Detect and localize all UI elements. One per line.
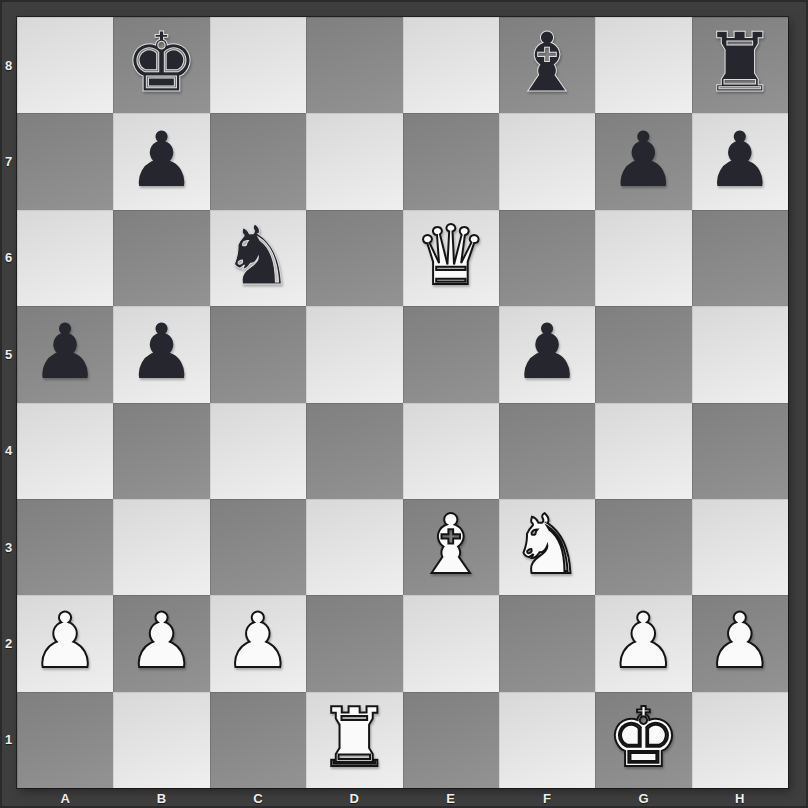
square-a4[interactable] [17,403,113,499]
file-label-b: B [113,788,209,808]
square-d6[interactable] [306,210,402,306]
square-e8[interactable] [403,17,499,113]
square-e3[interactable]: ♝ [403,499,499,595]
square-h2[interactable]: ♟ [692,595,788,691]
piece-white-rook[interactable]: ♜ [318,697,392,779]
piece-black-knight[interactable]: ♞ [221,215,295,297]
square-f8[interactable]: ♝ [499,17,595,113]
square-e5[interactable] [403,306,499,402]
square-f7[interactable] [499,113,595,209]
piece-black-rook[interactable]: ♜ [703,22,777,104]
square-b5[interactable]: ♟ [113,306,209,402]
square-h5[interactable] [692,306,788,402]
square-b8[interactable]: ♚ [113,17,209,113]
file-label-h: H [692,788,788,808]
square-c1[interactable] [210,692,306,788]
square-e4[interactable] [403,403,499,499]
square-h6[interactable] [692,210,788,306]
square-g3[interactable] [595,499,691,595]
square-d7[interactable] [306,113,402,209]
square-h8[interactable]: ♜ [692,17,788,113]
rank-label-5: 5 [0,306,17,402]
piece-black-pawn[interactable]: ♟ [31,314,99,390]
file-label-e: E [403,788,499,808]
square-g7[interactable]: ♟ [595,113,691,209]
piece-black-king[interactable]: ♚ [125,22,199,104]
square-h4[interactable] [692,403,788,499]
square-f5[interactable]: ♟ [499,306,595,402]
file-label-d: D [306,788,402,808]
square-d3[interactable] [306,499,402,595]
square-c7[interactable] [210,113,306,209]
square-a3[interactable] [17,499,113,595]
square-b3[interactable] [113,499,209,595]
square-b1[interactable] [113,692,209,788]
square-c5[interactable] [210,306,306,402]
square-b6[interactable] [113,210,209,306]
file-label-g: G [595,788,691,808]
square-g6[interactable] [595,210,691,306]
square-g1[interactable]: ♚ [595,692,691,788]
piece-white-pawn[interactable]: ♟ [31,603,99,679]
square-f4[interactable] [499,403,595,499]
rank-label-2: 2 [0,595,17,691]
square-c8[interactable] [210,17,306,113]
square-b2[interactable]: ♟ [113,595,209,691]
square-d8[interactable] [306,17,402,113]
piece-black-bishop[interactable]: ♝ [510,22,584,104]
piece-white-knight[interactable]: ♞ [510,504,584,586]
square-a6[interactable] [17,210,113,306]
chess-board: ♚♝♜♟♟♟♞♛♟♟♟♝♞♟♟♟♟♟♜♚ [17,17,788,788]
piece-white-queen[interactable]: ♛ [414,215,488,297]
square-a1[interactable] [17,692,113,788]
piece-white-king[interactable]: ♚ [607,697,681,779]
square-e1[interactable] [403,692,499,788]
square-g5[interactable] [595,306,691,402]
piece-black-pawn[interactable]: ♟ [513,314,581,390]
square-b7[interactable]: ♟ [113,113,209,209]
square-d5[interactable] [306,306,402,402]
square-h7[interactable]: ♟ [692,113,788,209]
rank-label-3: 3 [0,499,17,595]
piece-black-pawn[interactable]: ♟ [127,122,195,198]
piece-white-pawn[interactable]: ♟ [224,603,292,679]
piece-white-pawn[interactable]: ♟ [609,603,677,679]
square-e2[interactable] [403,595,499,691]
rank-label-4: 4 [0,403,17,499]
file-labels: ABCDEFGH [17,788,788,808]
square-g8[interactable] [595,17,691,113]
piece-white-pawn[interactable]: ♟ [127,603,195,679]
piece-white-pawn[interactable]: ♟ [706,603,774,679]
square-e7[interactable] [403,113,499,209]
piece-black-pawn[interactable]: ♟ [609,122,677,198]
square-c2[interactable]: ♟ [210,595,306,691]
file-label-a: A [17,788,113,808]
chess-board-frame: 87654321 ♚♝♜♟♟♟♞♛♟♟♟♝♞♟♟♟♟♟♜♚ ABCDEFGH [0,0,808,808]
square-g2[interactable]: ♟ [595,595,691,691]
square-a8[interactable] [17,17,113,113]
rank-labels: 87654321 [0,17,17,788]
square-g4[interactable] [595,403,691,499]
piece-black-pawn[interactable]: ♟ [127,314,195,390]
square-f1[interactable] [499,692,595,788]
square-c4[interactable] [210,403,306,499]
rank-label-8: 8 [0,17,17,113]
rank-label-7: 7 [0,113,17,209]
file-label-c: C [210,788,306,808]
square-f6[interactable] [499,210,595,306]
square-b4[interactable] [113,403,209,499]
square-d4[interactable] [306,403,402,499]
square-a2[interactable]: ♟ [17,595,113,691]
square-e6[interactable]: ♛ [403,210,499,306]
square-c6[interactable]: ♞ [210,210,306,306]
square-f2[interactable] [499,595,595,691]
square-c3[interactable] [210,499,306,595]
square-a5[interactable]: ♟ [17,306,113,402]
piece-white-bishop[interactable]: ♝ [414,504,488,586]
rank-label-6: 6 [0,210,17,306]
square-a7[interactable] [17,113,113,209]
piece-black-pawn[interactable]: ♟ [706,122,774,198]
square-h3[interactable] [692,499,788,595]
square-d2[interactable] [306,595,402,691]
square-f3[interactable]: ♞ [499,499,595,595]
rank-label-1: 1 [0,692,17,788]
square-h1[interactable] [692,692,788,788]
file-label-f: F [499,788,595,808]
square-d1[interactable]: ♜ [306,692,402,788]
